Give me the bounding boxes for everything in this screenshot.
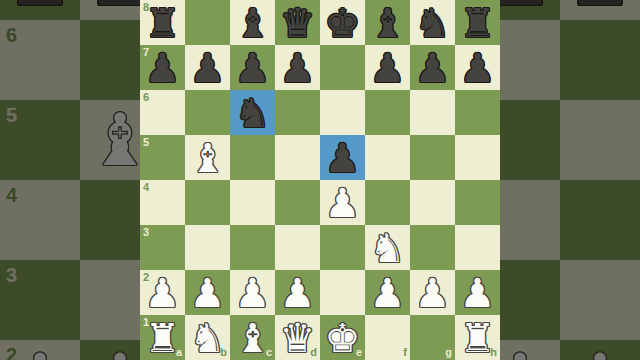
piece-bP-f7[interactable]: ♟ — [370, 48, 406, 88]
piece-wP-g2[interactable]: ♟ — [415, 273, 451, 313]
square-f8[interactable]: ♝ — [365, 0, 410, 45]
piece-bN-c6[interactable]: ♞ — [235, 93, 271, 133]
piece-bP-h7[interactable]: ♟ — [460, 48, 496, 88]
video-frame: 8♜♝♛♚♝♞♜7♟♟♟♟♟♟♟6♞5♝♟4♟3♞2♟♟♟♟♟♟♟1a♜b♞c♝… — [0, 0, 640, 360]
square-e3[interactable] — [320, 225, 365, 270]
square-h3[interactable] — [455, 225, 500, 270]
piece-bR-a8[interactable]: ♜ — [145, 3, 181, 43]
piece-bP-b7[interactable]: ♟ — [190, 48, 226, 88]
square-d2[interactable]: ♟ — [275, 270, 320, 315]
square-a1[interactable]: 1a♜ — [140, 315, 185, 360]
piece-bN-g8[interactable]: ♞ — [415, 3, 451, 43]
chess-board[interactable]: 8♜♝♛♚♝♞♜7♟♟♟♟♟♟♟6♞5♝♟4♟3♞2♟♟♟♟♟♟♟1a♜b♞c♝… — [140, 0, 500, 360]
square-h6[interactable] — [455, 90, 500, 135]
square-c3[interactable] — [230, 225, 275, 270]
square-c5[interactable] — [230, 135, 275, 180]
square-c7[interactable]: ♟ — [230, 45, 275, 90]
square-h7[interactable]: ♟ — [455, 45, 500, 90]
square-e4[interactable]: ♟ — [320, 180, 365, 225]
square-e8[interactable]: ♚ — [320, 0, 365, 45]
square-b1[interactable]: b♞ — [185, 315, 230, 360]
square-c8[interactable]: ♝ — [230, 0, 275, 45]
square-b2[interactable]: ♟ — [185, 270, 230, 315]
square-a6[interactable]: 6 — [140, 90, 185, 135]
square-g6[interactable] — [410, 90, 455, 135]
square-g5[interactable] — [410, 135, 455, 180]
square-a8[interactable]: 8♜ — [140, 0, 185, 45]
piece-wQ-d1[interactable]: ♛ — [280, 318, 316, 358]
piece-wP-h2[interactable]: ♟ — [460, 273, 496, 313]
square-h4[interactable] — [455, 180, 500, 225]
piece-wR-h1[interactable]: ♜ — [460, 318, 496, 358]
square-d1[interactable]: d♛ — [275, 315, 320, 360]
piece-bK-e8[interactable]: ♚ — [325, 3, 361, 43]
square-e6[interactable] — [320, 90, 365, 135]
square-c6[interactable]: ♞ — [230, 90, 275, 135]
piece-bP-g7[interactable]: ♟ — [415, 48, 451, 88]
square-b4[interactable] — [185, 180, 230, 225]
piece-bQ-d8[interactable]: ♛ — [280, 3, 316, 43]
square-f3[interactable]: ♞ — [365, 225, 410, 270]
piece-bB-f8[interactable]: ♝ — [370, 3, 406, 43]
square-g3[interactable] — [410, 225, 455, 270]
square-e7[interactable] — [320, 45, 365, 90]
square-a7[interactable]: 7♟ — [140, 45, 185, 90]
piece-bR-h8[interactable]: ♜ — [460, 3, 496, 43]
square-h1[interactable]: h♜ — [455, 315, 500, 360]
square-f4[interactable] — [365, 180, 410, 225]
square-c2[interactable]: ♟ — [230, 270, 275, 315]
square-b5[interactable]: ♝ — [185, 135, 230, 180]
square-d3[interactable] — [275, 225, 320, 270]
piece-bP-d7[interactable]: ♟ — [280, 48, 316, 88]
piece-wP-d2[interactable]: ♟ — [280, 273, 316, 313]
square-g1[interactable]: g — [410, 315, 455, 360]
square-d4[interactable] — [275, 180, 320, 225]
piece-wP-a2[interactable]: ♟ — [145, 273, 181, 313]
piece-bB-c8[interactable]: ♝ — [235, 3, 271, 43]
square-a2[interactable]: 2♟ — [140, 270, 185, 315]
square-f7[interactable]: ♟ — [365, 45, 410, 90]
square-f5[interactable] — [365, 135, 410, 180]
square-g7[interactable]: ♟ — [410, 45, 455, 90]
piece-wK-e1[interactable]: ♚ — [325, 318, 361, 358]
rank-label-3: 3 — [143, 227, 149, 238]
square-c4[interactable] — [230, 180, 275, 225]
square-c1[interactable]: c♝ — [230, 315, 275, 360]
square-b7[interactable]: ♟ — [185, 45, 230, 90]
rank-label-4: 4 — [143, 182, 149, 193]
piece-wP-b2[interactable]: ♟ — [190, 273, 226, 313]
square-a3[interactable]: 3 — [140, 225, 185, 270]
piece-wN-b1[interactable]: ♞ — [190, 318, 226, 358]
square-b8[interactable] — [185, 0, 230, 45]
square-e5[interactable]: ♟ — [320, 135, 365, 180]
rank-label-5: 5 — [143, 137, 149, 148]
piece-wB-c1[interactable]: ♝ — [235, 318, 271, 358]
square-h8[interactable]: ♜ — [455, 0, 500, 45]
piece-wP-e4[interactable]: ♟ — [325, 183, 361, 223]
piece-bP-e5[interactable]: ♟ — [325, 138, 361, 178]
square-g2[interactable]: ♟ — [410, 270, 455, 315]
square-d6[interactable] — [275, 90, 320, 135]
piece-wR-a1[interactable]: ♜ — [145, 318, 181, 358]
piece-wP-c2[interactable]: ♟ — [235, 273, 271, 313]
square-h2[interactable]: ♟ — [455, 270, 500, 315]
square-e1[interactable]: e♚ — [320, 315, 365, 360]
square-b6[interactable] — [185, 90, 230, 135]
square-d5[interactable] — [275, 135, 320, 180]
piece-bP-a7[interactable]: ♟ — [145, 48, 181, 88]
square-h5[interactable] — [455, 135, 500, 180]
piece-wN-f3[interactable]: ♞ — [370, 228, 406, 268]
square-g4[interactable] — [410, 180, 455, 225]
square-g8[interactable]: ♞ — [410, 0, 455, 45]
piece-wB-b5[interactable]: ♝ — [190, 138, 226, 178]
square-f1[interactable]: f — [365, 315, 410, 360]
piece-wP-f2[interactable]: ♟ — [370, 273, 406, 313]
square-d8[interactable]: ♛ — [275, 0, 320, 45]
square-b3[interactable] — [185, 225, 230, 270]
rank-label-6: 6 — [143, 92, 149, 103]
square-a5[interactable]: 5 — [140, 135, 185, 180]
file-label-g: g — [445, 347, 452, 358]
square-a4[interactable]: 4 — [140, 180, 185, 225]
file-label-f: f — [403, 347, 407, 358]
square-f6[interactable] — [365, 90, 410, 135]
piece-bP-c7[interactable]: ♟ — [235, 48, 271, 88]
square-e2[interactable] — [320, 270, 365, 315]
square-d7[interactable]: ♟ — [275, 45, 320, 90]
square-f2[interactable]: ♟ — [365, 270, 410, 315]
